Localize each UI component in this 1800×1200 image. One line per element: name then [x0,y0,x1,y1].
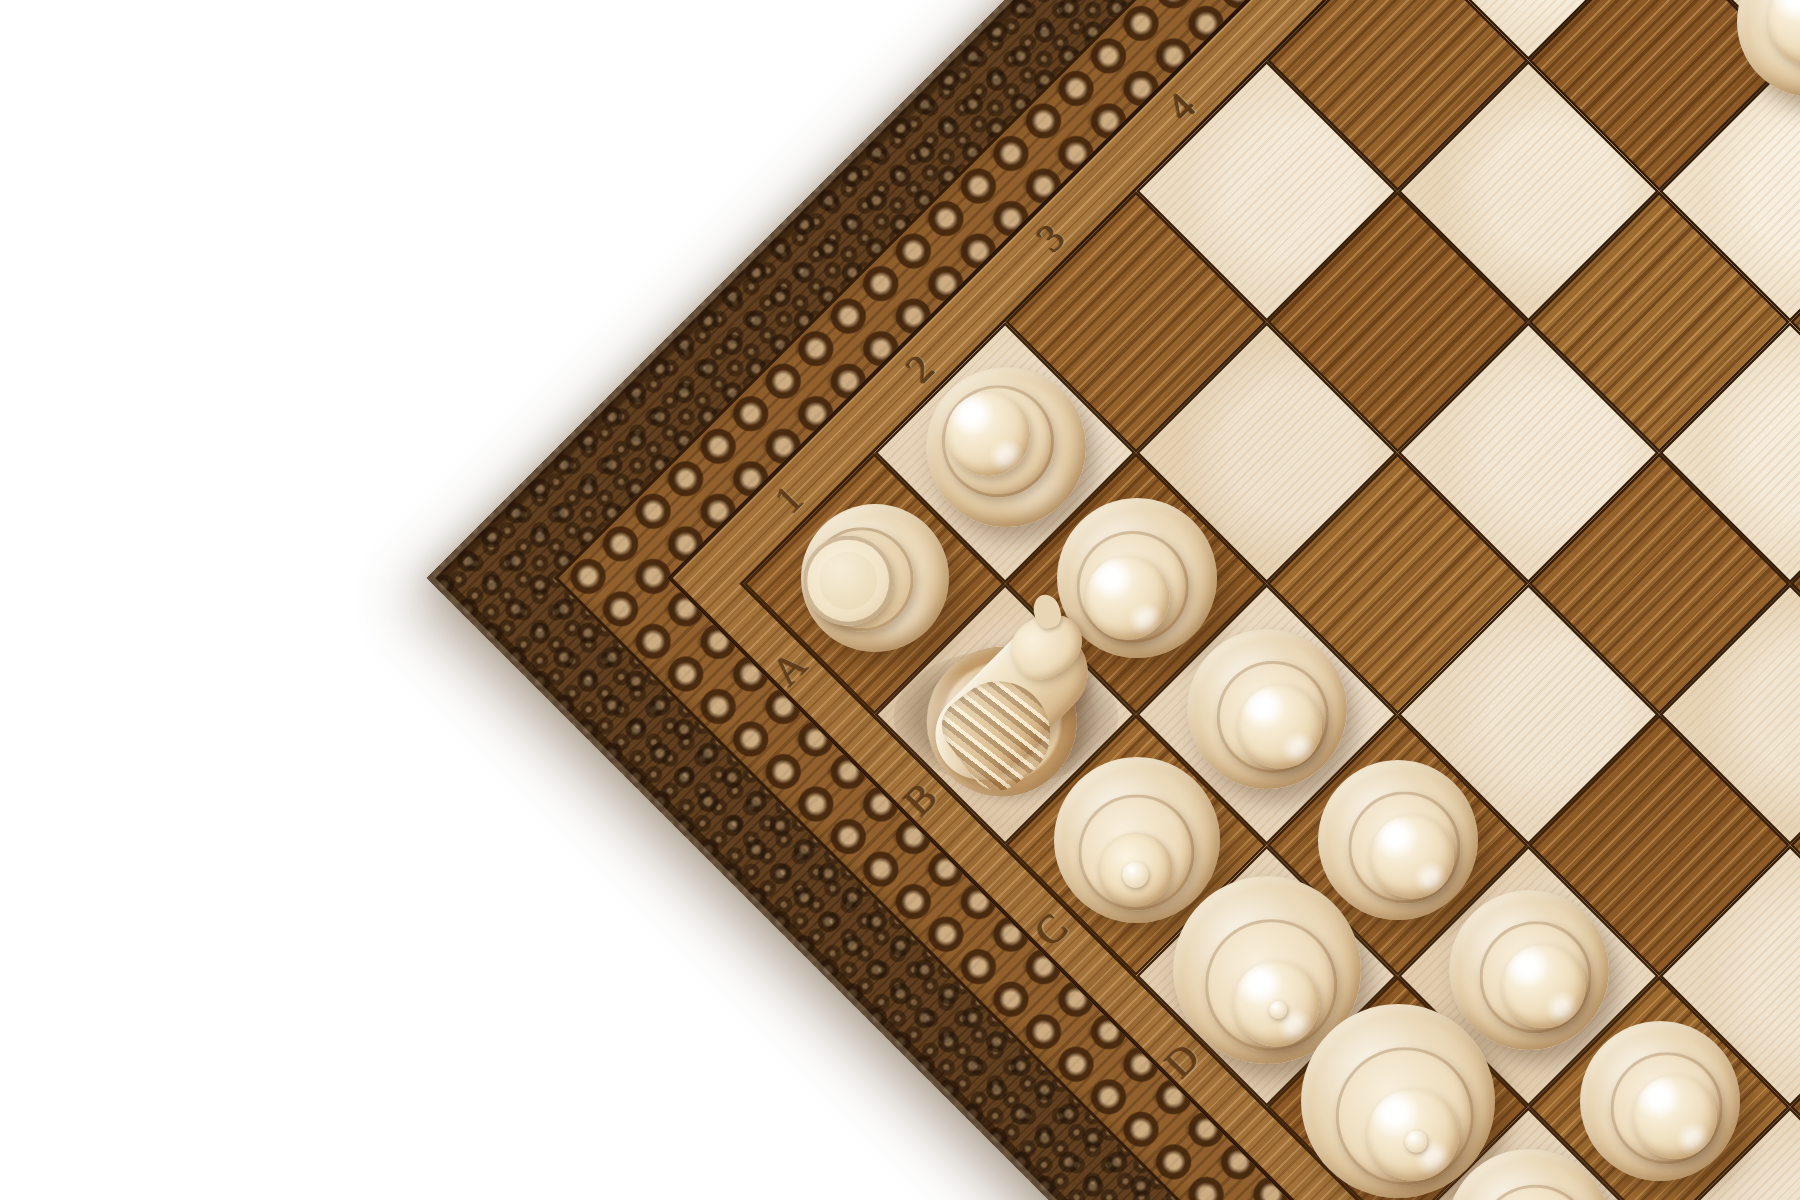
piece-part-ball [1633,1075,1717,1159]
piece-part-nub [1122,861,1148,887]
piece-part-rtop [803,536,893,626]
pieces-layer [0,0,1800,1200]
piece-part-nub [1405,1131,1427,1153]
piece-part-ball [1085,556,1169,640]
photo-backdrop: 1234ABCD [0,0,1800,1200]
piece-part-ball [1238,684,1322,768]
piece-part-ball [946,392,1030,476]
piece-part-nub [1269,1001,1287,1019]
piece-part-ball [1371,814,1455,898]
piece-part-ball [1502,945,1586,1029]
